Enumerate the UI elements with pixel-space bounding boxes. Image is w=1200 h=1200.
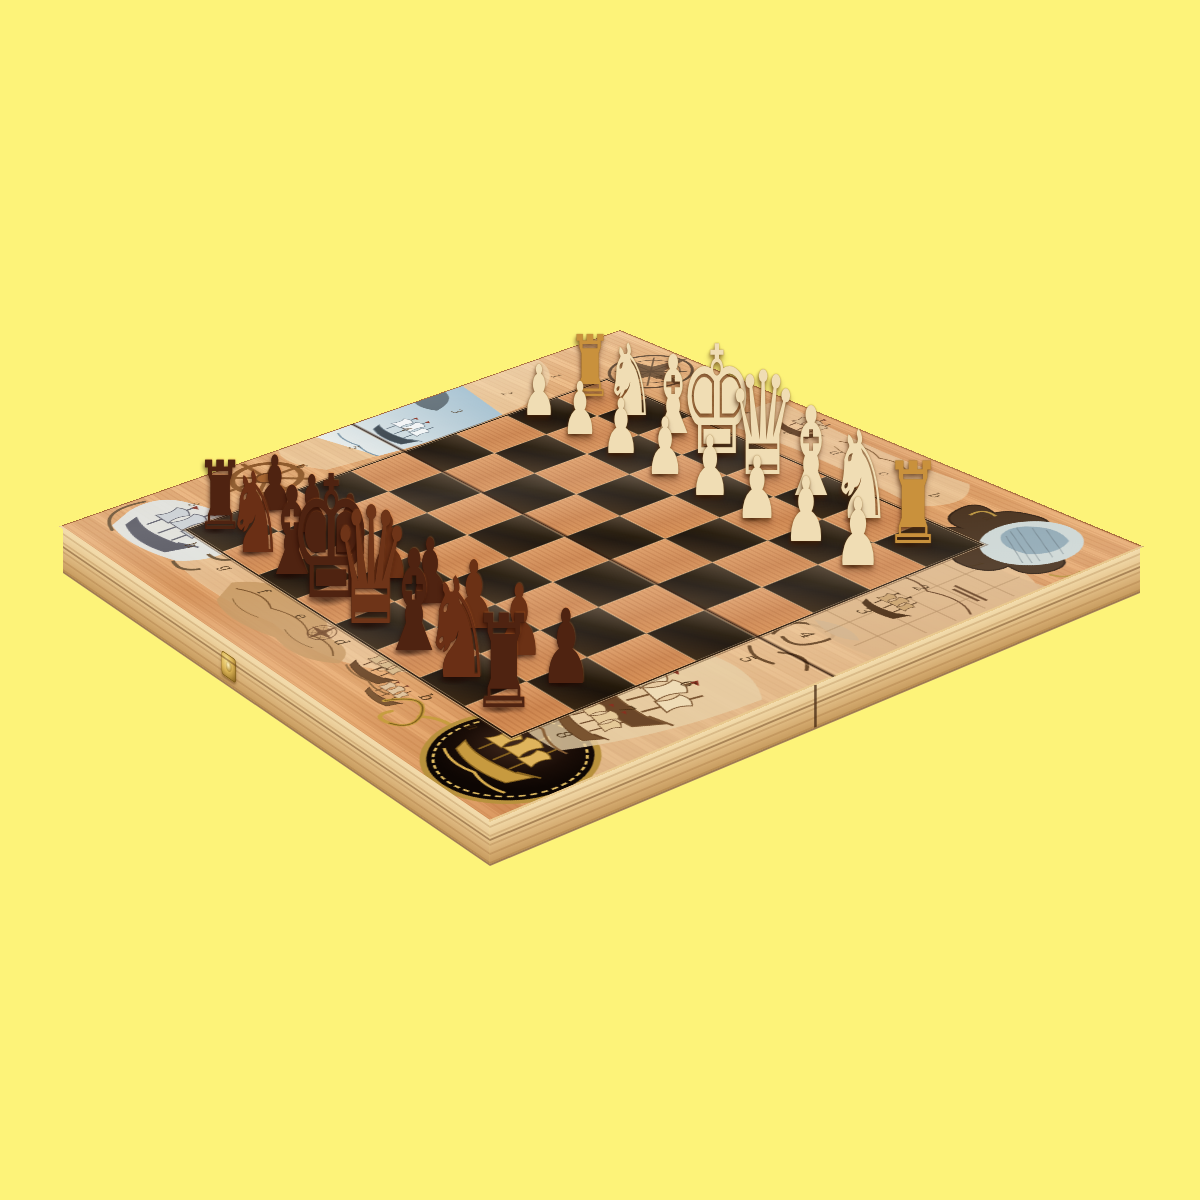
coordinate-label-5-far: 5 xyxy=(344,444,362,451)
coordinate-label-8-far: 8 xyxy=(184,500,203,508)
coordinate-label-7-far: 7 xyxy=(238,481,257,489)
coordinate-label-a-near: a xyxy=(460,720,485,732)
coordinate-label-d-near: d xyxy=(329,636,353,647)
coordinate-label-7-near: 7 xyxy=(613,702,639,714)
coordinate-label-f-far: f xyxy=(735,410,751,416)
coordinate-label-b-far: b xyxy=(924,491,945,499)
coordinate-label-6-near: 6 xyxy=(674,677,699,689)
scene: hhggffeeddccbbaa1122334455667788 ♜♞♝♛♚♝♞… xyxy=(0,0,1200,1200)
coordinate-label-b-near: b xyxy=(414,691,439,703)
fold-gap xyxy=(814,681,817,728)
coordinate-label-1-near: 1 xyxy=(964,559,988,569)
coordinate-label-6-far: 6 xyxy=(292,462,310,470)
coordinate-label-5-near: 5 xyxy=(735,653,760,664)
coordinate-label-3-near: 3 xyxy=(851,605,876,616)
coordinate-label-8-near: 8 xyxy=(551,728,577,740)
coordinate-label-g-far: g xyxy=(690,391,709,398)
coordinate-label-g-near: g xyxy=(215,563,237,573)
game-box-top: hhggffeeddccbbaa1122334455667788 xyxy=(59,330,1144,822)
coordinate-label-a-far: a xyxy=(977,513,998,522)
coordinate-label-1-far: 1 xyxy=(547,372,565,379)
coordinate-label-4-near: 4 xyxy=(794,629,819,640)
coordinate-label-e-near: e xyxy=(290,611,313,621)
coordinate-label-2-far: 2 xyxy=(497,390,515,397)
coordinate-label-c-near: c xyxy=(371,663,394,674)
coordinate-label-f-near: f xyxy=(253,587,273,595)
coordinate-label-2-near: 2 xyxy=(908,582,933,593)
coordinate-label-4-far: 4 xyxy=(396,425,414,432)
coordinate-label-c-far: c xyxy=(874,469,893,477)
coordinate-label-d-far: d xyxy=(825,448,845,456)
coordinate-label-h-far: h xyxy=(649,373,667,380)
brass-latch-icon xyxy=(221,650,236,684)
coordinate-labels: hhggffeeddccbbaa1122334455667788 xyxy=(62,331,1140,820)
coordinate-label-3-far: 3 xyxy=(447,408,465,415)
coordinate-label-e-far: e xyxy=(778,429,797,436)
coordinate-label-h-near: h xyxy=(180,540,202,549)
